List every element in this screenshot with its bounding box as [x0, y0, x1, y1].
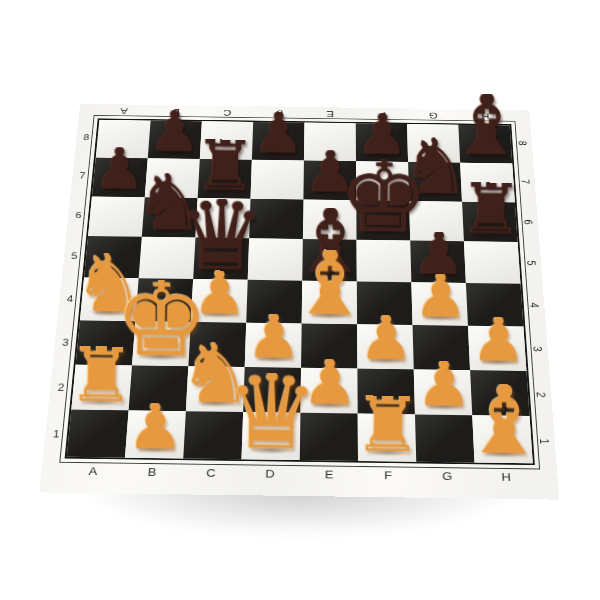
file-label-top-a: A: [98, 104, 151, 119]
rank-label-right-3: 3: [510, 340, 565, 358]
piece-light-queen-d1: ♛: [224, 373, 319, 453]
file-label-bottom-f: F: [359, 463, 419, 498]
chess-mat: ABCDEFGH 87654321 ♟♟♟♝♟♜♟♞♞♚♜♛♝♟♞♟♝♟♚♟♟♟…: [39, 104, 559, 500]
file-label-bottom-d: D: [240, 461, 300, 496]
square-a2: ♜: [71, 364, 132, 410]
files-bottom: ABCDEFGH: [61, 459, 537, 500]
square-a1: [67, 410, 129, 458]
piece-light-pawn-b1: ♟: [126, 403, 183, 451]
rank-label-right-7: 7: [499, 174, 551, 190]
file-label-bottom-b: B: [121, 459, 182, 494]
photo-canvas: ABCDEFGH 87654321 ♟♟♟♝♟♜♟♞♞♚♜♛♝♟♞♟♝♟♚♟♟♟…: [0, 0, 600, 600]
square-f1: ♜: [358, 414, 417, 462]
rank-label-right-4: 4: [507, 297, 562, 314]
file-label-top-h: H: [459, 109, 511, 124]
rank-label-right-5: 5: [504, 254, 558, 271]
square-f3: ♟: [357, 324, 414, 369]
file-label-top-f: F: [356, 108, 408, 123]
piece-light-pawn-f3: ♟: [358, 315, 413, 361]
file-label-bottom-a: A: [61, 459, 123, 494]
file-label-top-c: C: [201, 106, 253, 121]
square-g4: ♟: [411, 282, 468, 325]
chess-board: ♟♟♟♝♟♜♟♞♞♚♜♛♝♟♞♟♝♟♚♟♟♟♜♞♟♟♟♛♜♝: [65, 118, 535, 465]
file-label-bottom-c: C: [180, 460, 241, 495]
square-d1: ♛: [242, 412, 301, 460]
piece-light-pawn-g4: ♟: [413, 273, 467, 319]
rank-label-right-6: 6: [502, 214, 555, 230]
piece-light-rook-a2: ♜: [67, 346, 136, 404]
scene: ABCDEFGH 87654321 ♟♟♟♝♟♜♟♞♞♚♜♛♝♟♞♟♝♟♚♟♟♟…: [39, 92, 565, 499]
file-label-bottom-e: E: [299, 462, 358, 497]
file-label-top-d: D: [253, 106, 305, 121]
piece-light-rook-f1: ♜: [353, 396, 423, 455]
scene-tilt: ABCDEFGH 87654321 ♟♟♟♝♟♜♟♞♞♚♜♛♝♟♞♟♝♟♚♟♟♟…: [0, 0, 600, 600]
square-b1: ♟: [125, 411, 186, 459]
square-d8: ♟: [252, 122, 305, 160]
square-e4: ♝: [302, 281, 357, 324]
file-label-top-e: E: [304, 107, 356, 122]
rank-label-right-2: 2: [512, 385, 568, 403]
file-label-bottom-h: H: [476, 464, 537, 499]
file-label-bottom-g: G: [417, 463, 477, 498]
rank-label-right-1: 1: [515, 432, 572, 451]
file-label-top-g: G: [407, 108, 459, 123]
rank-label-right-8: 8: [497, 136, 548, 151]
file-label-top-b: B: [149, 105, 201, 120]
